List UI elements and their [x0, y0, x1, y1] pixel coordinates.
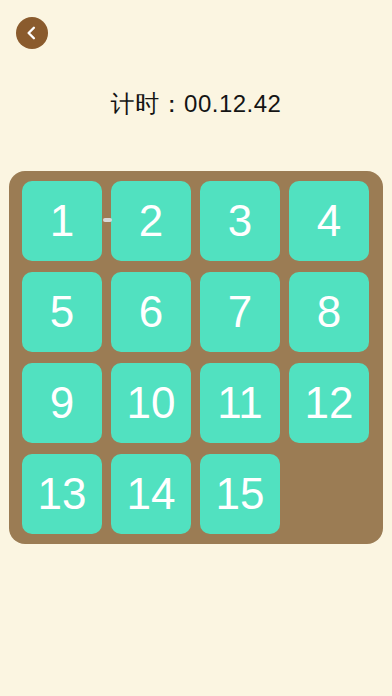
tile-13[interactable]: 13 — [22, 454, 102, 534]
timer-text: 计时：00.12.42 — [0, 88, 392, 120]
back-button[interactable] — [16, 17, 48, 49]
tile-15[interactable]: 15 — [200, 454, 280, 534]
tile-11[interactable]: 11 — [200, 363, 280, 443]
game-screen: 计时：00.12.42 123456789101112131415 — [0, 0, 392, 696]
tile-7[interactable]: 7 — [200, 272, 280, 352]
tile-1[interactable]: 1 — [22, 181, 102, 261]
tile-2[interactable]: 2 — [111, 181, 191, 261]
tile-9[interactable]: 9 — [22, 363, 102, 443]
tile-10[interactable]: 10 — [111, 363, 191, 443]
tile-14[interactable]: 14 — [111, 454, 191, 534]
tile-4[interactable]: 4 — [289, 181, 369, 261]
tile-6[interactable]: 6 — [111, 272, 191, 352]
tile-3[interactable]: 3 — [200, 181, 280, 261]
puzzle-board: 123456789101112131415 — [9, 171, 383, 544]
chevron-left-icon — [23, 24, 41, 42]
tile-8[interactable]: 8 — [289, 272, 369, 352]
tile-5[interactable]: 5 — [22, 272, 102, 352]
glitch-dash — [103, 218, 112, 222]
empty-cell — [289, 454, 369, 534]
tile-12[interactable]: 12 — [289, 363, 369, 443]
